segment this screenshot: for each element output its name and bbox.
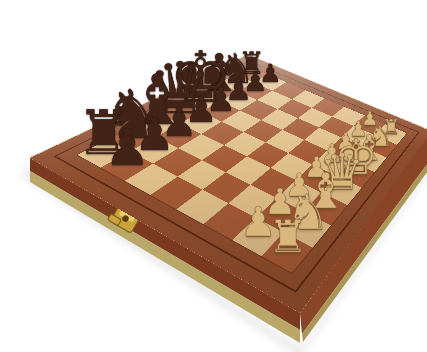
piece-black-pawn-a7[interactable]: ♟: [94, 123, 160, 174]
piece-white-rook-a1[interactable]: ♜: [259, 215, 317, 260]
chess-set-photo: ♜♞♝♛♚♝♞♜♟♟♟♟♟♟♟♟♟♟♟♟♟♟♟♟♜♞♝♛♚♝♞♜: [0, 0, 427, 352]
